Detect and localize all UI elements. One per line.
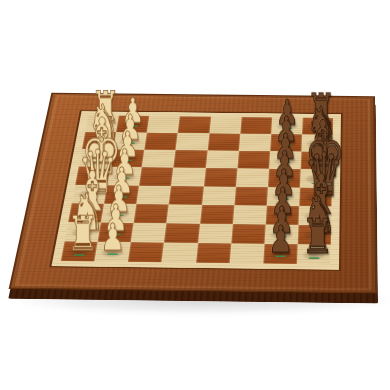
black-rook-icon: ♜ (302, 212, 327, 260)
white-rook-icon: ♜ (67, 209, 92, 257)
white-pawn-icon: ♟ (100, 219, 125, 257)
chess-board-3d: ♜♟♟♜♞♟♟♞♝♟♟♝♚♟♟♚♛♟♟♛♝♟♟♝♞♟♟♞♜♟♟♜ (9, 93, 378, 294)
photo-background: ♜♟♟♜♞♟♟♞♝♟♟♝♚♟♟♚♛♟♟♛♝♟♟♝♞♟♟♞♜♟♟♜ (0, 0, 390, 390)
piece-white-pawn-a2[interactable]: ♟ (94, 242, 131, 262)
piece-black-pawn-a7[interactable]: ♟ (263, 244, 298, 264)
pieces-layer: ♜♟♟♜♞♟♟♞♝♟♟♝♚♟♟♚♛♟♟♛♝♟♟♝♞♟♟♞♜♟♟♜ (61, 115, 334, 264)
piece-black-rook-a8[interactable]: ♜ (297, 244, 331, 264)
piece-white-rook-a1[interactable]: ♜ (61, 241, 98, 261)
black-pawn-icon: ♟ (268, 221, 293, 259)
